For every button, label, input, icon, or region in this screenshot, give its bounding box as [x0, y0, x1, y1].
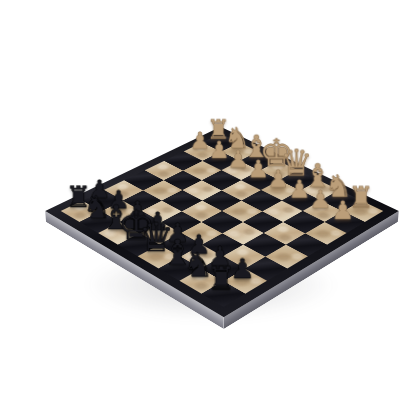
square-h7[interactable]: ♟ [83, 190, 123, 211]
piece-coral-bishop: ♝ [288, 159, 347, 191]
scene: ♜♞♝♚♛♝♞♜♟♟♟♟♟♟♟♟♟♟♟♟♟♟♟♟♜♞♝♚♛♝♞♜ [0, 0, 416, 416]
square-a2[interactable]: ♟ [324, 211, 365, 233]
playing-field: ♜♞♝♚♛♝♞♜♟♟♟♟♟♟♟♟♟♟♟♟♟♟♟♟♜♞♝♚♛♝♞♜ [61, 133, 383, 306]
page-background: ♜♞♝♚♛♝♞♜♟♟♟♟♟♟♟♟♟♟♟♟♟♟♟♟♜♞♝♚♛♝♞♜ [0, 0, 416, 416]
piece-coral-rook: ♜ [191, 117, 246, 144]
piece-coral-king: ♚ [248, 133, 305, 171]
square-b4[interactable] [264, 222, 305, 245]
chess-board: ♜♞♝♚♛♝♞♜♟♟♟♟♟♟♟♟♟♟♟♟♟♟♟♟♜♞♝♚♛♝♞♜ [45, 127, 399, 318]
